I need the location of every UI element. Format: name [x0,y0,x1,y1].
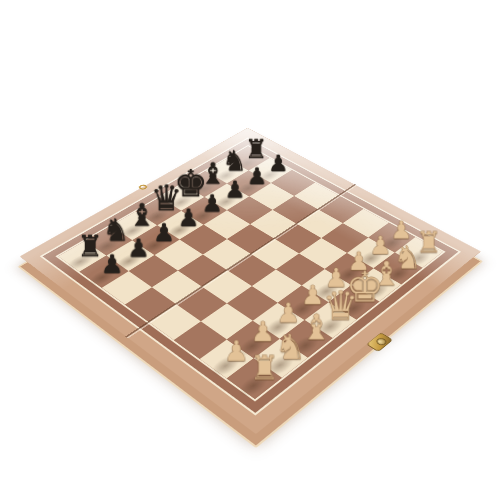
piece-white-rook-a1: ♜ [245,352,284,386]
product-photo-scene: ♜♞♝♛♚♝♞♜♟♟♟♟♟♟♟♟♟♟♟♟♟♟♟♟♜♞♝♛♚♝♞♜ [0,0,500,500]
chess-board: ♜♞♝♛♚♝♞♜♟♟♟♟♟♟♟♟♟♟♟♟♟♟♟♟♜♞♝♛♚♝♞♜ [20,128,481,434]
piece-black-pawn-a7: ♟ [95,251,130,277]
board-frame-band: ♜♞♝♛♚♝♞♜♟♟♟♟♟♟♟♟♟♟♟♟♟♟♟♟♜♞♝♛♚♝♞♜ [40,137,461,415]
board-inlay-border: ♜♞♝♛♚♝♞♜♟♟♟♟♟♟♟♟♟♟♟♟♟♟♟♟♜♞♝♛♚♝♞♜ [55,145,445,402]
gold-latch-knob-icon [374,337,388,347]
chess-set: ♜♞♝♛♚♝♞♜♟♟♟♟♟♟♟♟♟♟♟♟♟♟♟♟♜♞♝♛♚♝♞♜ [20,128,481,434]
gold-hook-ring-icon [137,184,149,191]
board-squares: ♜♞♝♛♚♝♞♜♟♟♟♟♟♟♟♟♟♟♟♟♟♟♟♟♜♞♝♛♚♝♞♜ [58,146,443,399]
